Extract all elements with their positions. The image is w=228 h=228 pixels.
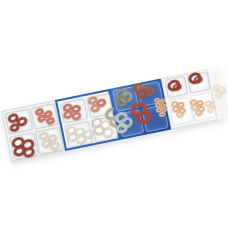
blister-pack-strip	[1, 66, 228, 162]
panel-left-white	[1, 100, 65, 162]
panel-blue-bordered-white	[55, 89, 120, 151]
product-photo	[0, 0, 228, 228]
